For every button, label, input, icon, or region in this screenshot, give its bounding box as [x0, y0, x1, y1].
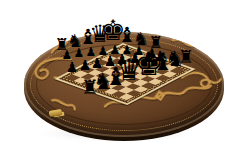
round-chess-board: [24, 32, 224, 137]
product-photo-stage: ♜♞♝♛♚♝♞♜♟♟♟♟♟♟♟♟♟♟♟♟♟♟♟♟♜♞♝♛♚♝♞♜: [0, 0, 240, 150]
